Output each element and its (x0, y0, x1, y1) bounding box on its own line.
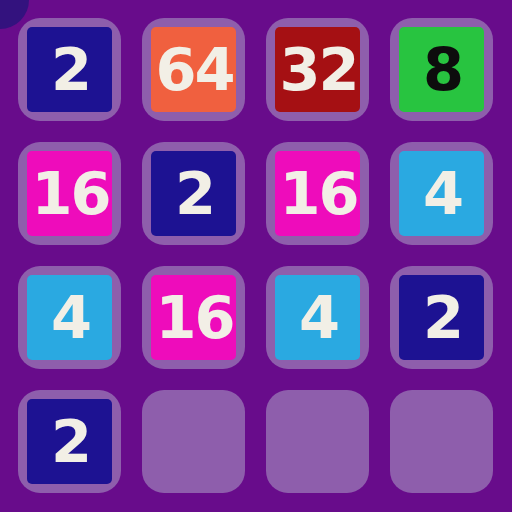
tile: 2 (27, 27, 112, 112)
board-cell: 16 (18, 142, 121, 245)
tile: 64 (151, 27, 236, 112)
board-cell: 2 (390, 266, 493, 369)
tile-value: 4 (299, 288, 338, 347)
tile-value: 4 (51, 288, 90, 347)
tile: 4 (275, 275, 360, 360)
board-cell (142, 390, 245, 493)
tile-value: 16 (279, 164, 357, 223)
tile: 4 (399, 151, 484, 236)
tile: 8 (399, 27, 484, 112)
board-cell (266, 390, 369, 493)
board[interactable]: 2 64 32 8 16 2 16 4 4 16 4 (0, 0, 512, 512)
tile: 2 (27, 399, 112, 484)
tile: 2 (399, 275, 484, 360)
tile-value: 2 (423, 288, 462, 347)
tile-value: 64 (155, 40, 233, 99)
board-cell (390, 390, 493, 493)
tile-value: 8 (423, 40, 462, 99)
tile: 16 (27, 151, 112, 236)
tile-value: 4 (423, 164, 462, 223)
board-cell: 2 (18, 18, 121, 121)
tile: 4 (27, 275, 112, 360)
tile: 2 (151, 151, 236, 236)
tile: 16 (275, 151, 360, 236)
board-cell: 16 (266, 142, 369, 245)
board-cell: 2 (18, 390, 121, 493)
tile-value: 32 (279, 40, 357, 99)
board-cell: 8 (390, 18, 493, 121)
board-cell: 2 (142, 142, 245, 245)
tile: 32 (275, 27, 360, 112)
board-cell: 64 (142, 18, 245, 121)
board-cell: 4 (266, 266, 369, 369)
tile-value: 2 (175, 164, 214, 223)
tile-value: 2 (51, 40, 90, 99)
board-cell: 32 (266, 18, 369, 121)
board-cell: 4 (390, 142, 493, 245)
tile-value: 16 (155, 288, 233, 347)
tile-value: 16 (31, 164, 109, 223)
game-2048-screen: 2 64 32 8 16 2 16 4 4 16 4 (0, 0, 512, 512)
tile: 16 (151, 275, 236, 360)
tile-value: 2 (51, 412, 90, 471)
board-cell: 16 (142, 266, 245, 369)
board-cell: 4 (18, 266, 121, 369)
